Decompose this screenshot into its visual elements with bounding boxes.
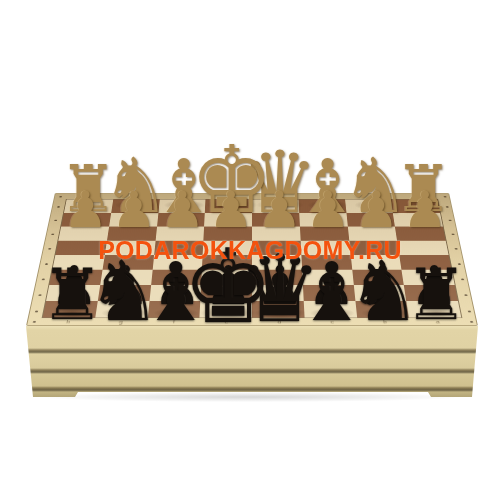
frame-pin <box>455 248 458 250</box>
frame-pin <box>54 220 57 222</box>
ground-shadow <box>40 392 460 402</box>
piece-white-pawn-h2: ♟ <box>63 185 108 235</box>
frame-pin <box>33 321 36 323</box>
watermark-text: PODAROKKAGDOMY.RU <box>98 236 402 265</box>
frame-pin <box>48 248 51 250</box>
frame-pin <box>35 310 38 312</box>
frame-pin <box>452 234 455 236</box>
chess-set-photo: hgfedcba ♜♞♝♛♚♝♞♜♟♟♟♟♟♟♟♟♟♟♟♟♟♟♟♟♜♞♝♛♚♝♞… <box>0 0 500 500</box>
frame-pin <box>470 321 473 323</box>
piece-white-pawn-a2: ♟ <box>403 185 448 235</box>
piece-white-pawn-b2: ♟ <box>354 185 399 235</box>
piece-white-pawn-c2: ♟ <box>306 185 351 235</box>
frame-pin <box>468 310 471 312</box>
frame-pin <box>51 234 54 236</box>
piece-black-rook-h8: ♜ <box>40 260 103 331</box>
piece-white-pawn-g2: ♟ <box>112 185 157 235</box>
